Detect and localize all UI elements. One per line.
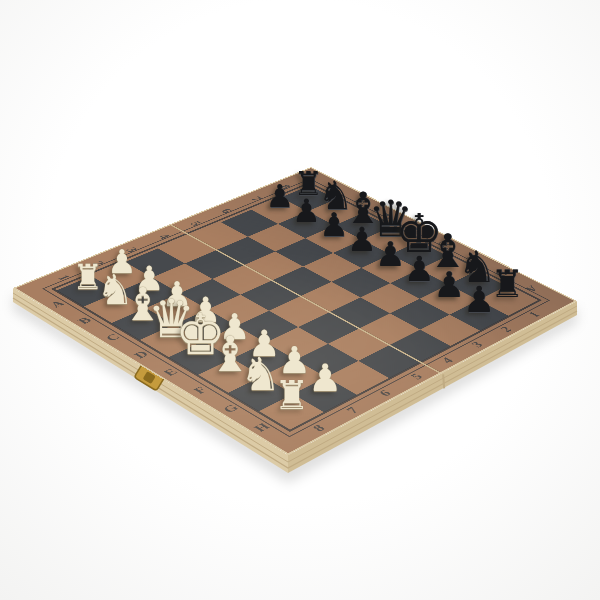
file-label-bottom-G: G [220, 403, 241, 415]
file-label-bottom-H: H [251, 421, 272, 433]
file-label-bottom-F: F [191, 385, 210, 395]
rank-label-left-7: 7 [249, 195, 264, 202]
file-label-bottom-A: A [48, 299, 67, 309]
rank-label-right-1: 1 [526, 310, 542, 318]
file-label-bottom-B: B [75, 316, 93, 326]
file-label-top-A: A [522, 284, 540, 293]
rank-label-right-3: 3 [469, 340, 485, 349]
file-label-top-H: H [324, 184, 341, 192]
rank-label-left-5: 5 [188, 220, 204, 227]
rank-label-left-3: 3 [124, 246, 141, 254]
rank-label-left-1: 1 [56, 274, 73, 282]
rank-label-left-4: 4 [156, 233, 172, 240]
rank-label-right-5: 5 [408, 372, 425, 381]
file-label-top-B: B [493, 269, 510, 278]
rank-label-left-6: 6 [219, 207, 235, 214]
rank-label-right-2: 2 [498, 325, 514, 334]
file-label-bottom-E: E [161, 367, 180, 377]
rank-label-right-4: 4 [439, 356, 456, 365]
rank-label-right-6: 6 [376, 388, 393, 397]
file-label-bottom-C: C [103, 332, 122, 342]
fold-seam-notch [443, 374, 444, 388]
chess-set-photo: A81HB72GC63FD54EE45DF36CG27BH18A ♜♟♞♟♝♟♛… [0, 0, 600, 600]
file-label-top-E: E [406, 226, 423, 234]
rank-label-right-7: 7 [344, 405, 361, 415]
rank-label-right-8: 8 [310, 423, 328, 433]
file-label-top-F: F [379, 212, 395, 220]
rank-label-left-2: 2 [90, 260, 107, 268]
file-label-bottom-D: D [131, 349, 151, 359]
file-label-top-D: D [434, 240, 451, 249]
rank-label-left-8: 8 [278, 183, 293, 190]
file-label-top-G: G [351, 198, 369, 206]
file-label-top-C: C [463, 254, 481, 263]
